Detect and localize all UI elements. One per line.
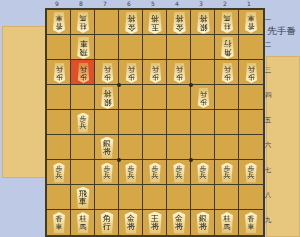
board-cell-6六[interactable] (119, 135, 143, 160)
board-cell-1二[interactable] (239, 35, 263, 60)
file-label: 5 (141, 0, 165, 8)
board-cell-1五[interactable] (239, 110, 263, 135)
board-cell-6四[interactable] (119, 85, 143, 110)
board-cell-6五[interactable] (119, 110, 143, 135)
rank-label: 五 (264, 108, 272, 133)
board-cell-8七[interactable] (71, 160, 95, 185)
board-cell-8四[interactable] (71, 85, 95, 110)
komadai-gote (2, 26, 46, 178)
board-cell-5五[interactable] (143, 110, 167, 135)
shogi-app: 先手番 987654321 一二三四五六七八九 香車桂馬金将玉将金将銀将桂馬香車… (0, 0, 300, 237)
board-cell-9二[interactable] (47, 35, 71, 60)
board-cell-4五[interactable] (167, 110, 191, 135)
board-cell-6二[interactable] (119, 35, 143, 60)
file-label: 6 (117, 0, 141, 8)
board-cell-9五[interactable] (47, 110, 71, 135)
file-label: 7 (93, 0, 117, 8)
board-cell-5二[interactable] (143, 35, 167, 60)
board-cell-3六[interactable] (191, 135, 215, 160)
board-cell-3三[interactable] (191, 60, 215, 85)
rank-label: 四 (264, 83, 272, 108)
file-label: 4 (165, 0, 189, 8)
board-cell-1四[interactable] (239, 85, 263, 110)
rank-label: 二 (264, 33, 272, 58)
board-cell-2四[interactable] (215, 85, 239, 110)
hoshi-dot (189, 83, 193, 87)
rank-label: 九 (264, 208, 272, 233)
board-cell-4六[interactable] (167, 135, 191, 160)
board-cell-4八[interactable] (167, 185, 191, 210)
board-cell-7二[interactable] (95, 35, 119, 60)
rank-label: 七 (264, 158, 272, 183)
file-label: 9 (45, 0, 69, 8)
file-labels: 987654321 (45, 0, 265, 8)
board-cell-3五[interactable] (191, 110, 215, 135)
rank-label: 八 (264, 183, 272, 208)
board-cell-7一[interactable] (95, 10, 119, 35)
board-cell-1六[interactable] (239, 135, 263, 160)
board-cell-5六[interactable] (143, 135, 167, 160)
board-cell-6八[interactable] (119, 185, 143, 210)
board-cell-2八[interactable] (215, 185, 239, 210)
board-cell-9四[interactable] (47, 85, 71, 110)
shogi-board: 香車桂馬金将玉将金将銀将桂馬香車飛車角行歩兵歩兵歩兵歩兵歩兵歩兵歩兵歩兵銀将歩兵… (45, 8, 265, 237)
rank-labels: 一二三四五六七八九 (264, 8, 272, 233)
file-label: 1 (237, 0, 261, 8)
board-cell-4二[interactable] (167, 35, 191, 60)
board-cell-7八[interactable] (95, 185, 119, 210)
board-cell-9八[interactable] (47, 185, 71, 210)
board-cell-5四[interactable] (143, 85, 167, 110)
board-cell-4四[interactable] (167, 85, 191, 110)
rank-label: 三 (264, 58, 272, 83)
board-cell-3八[interactable] (191, 185, 215, 210)
hoshi-dot (189, 158, 193, 162)
board-cell-8六[interactable] (71, 135, 95, 160)
board-cell-7五[interactable] (95, 110, 119, 135)
board-cell-5八[interactable] (143, 185, 167, 210)
rank-label: 六 (264, 133, 272, 158)
file-label: 2 (213, 0, 237, 8)
rank-label: 一 (264, 8, 272, 33)
board-cell-1八[interactable] (239, 185, 263, 210)
board-cell-2五[interactable] (215, 110, 239, 135)
file-label: 8 (69, 0, 93, 8)
board-cell-3二[interactable] (191, 35, 215, 60)
board-cell-9六[interactable] (47, 135, 71, 160)
hoshi-dot (117, 83, 121, 87)
file-label: 3 (189, 0, 213, 8)
board-cell-2六[interactable] (215, 135, 239, 160)
hoshi-dot (117, 158, 121, 162)
